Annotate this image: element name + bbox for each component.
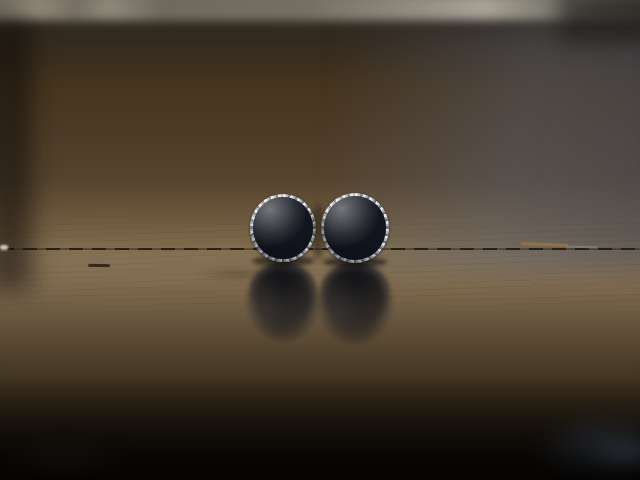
seam-light-chip bbox=[0, 245, 8, 250]
cufflink-left-mirrored bbox=[250, 264, 316, 332]
cufflink-right-light-reflection bbox=[321, 193, 389, 263]
table-grain-dash bbox=[88, 264, 110, 267]
cufflink-right bbox=[321, 193, 389, 263]
cufflink-right-mirrored bbox=[321, 264, 389, 334]
cufflink-left bbox=[250, 194, 316, 262]
cufflink-left-mirrored-light-reflection bbox=[250, 264, 316, 332]
cufflink-left-reflection bbox=[250, 264, 316, 342]
background-top-right-shadow bbox=[560, 0, 640, 44]
foreground-dark-fade bbox=[0, 380, 640, 480]
cufflink-left-light-reflection bbox=[250, 194, 316, 262]
background-top-light-strip bbox=[0, 0, 640, 20]
between-cufflinks-shadow bbox=[312, 204, 324, 260]
photo-cufflinks-scene bbox=[0, 0, 640, 480]
cufflink-right-reflection bbox=[321, 264, 389, 344]
cufflink-right-mirrored-light-reflection bbox=[321, 264, 389, 334]
